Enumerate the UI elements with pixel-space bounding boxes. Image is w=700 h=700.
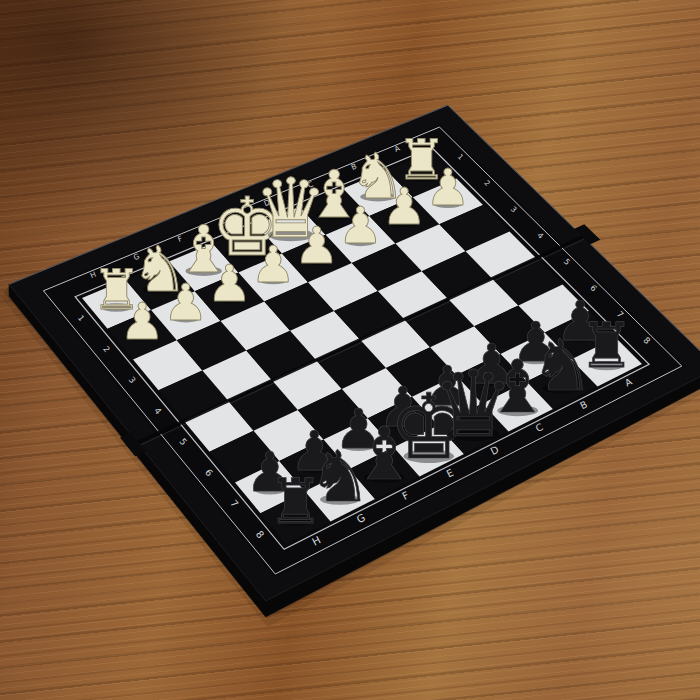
photo-scene: 1122334455667788HHGGFFEEDDCCBBAA♜♞♝♚♛♝♞♜… [0,0,700,700]
chessboard: 1122334455667788HHGGFFEEDDCCBBAA♜♞♝♚♛♝♞♜… [0,0,700,700]
piece-white-pawn: ♟ [382,177,427,236]
piece-white-pawn: ♟ [119,292,164,351]
piece-black-rook: ♜ [579,309,635,382]
piece-white-pawn: ♟ [338,196,383,255]
piece-white-pawn: ♟ [163,273,208,332]
piece-white-pawn: ♟ [207,254,252,313]
piece-white-pawn: ♟ [251,235,296,294]
piece-white-pawn: ♟ [425,158,470,217]
piece-white-pawn: ♟ [294,216,339,275]
